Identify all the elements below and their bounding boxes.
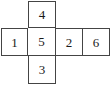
cube-net-board: 4 1 5 2 6 3 — [1, 1, 110, 84]
net-cell-top-face: 4 — [28, 1, 56, 28]
net-cell-far-right-face: 6 — [83, 28, 110, 56]
net-cell-center-face: 5 — [28, 28, 56, 56]
cube-net-diagram: 4 1 5 2 6 3 — [0, 0, 111, 85]
net-cell-right-face: 2 — [56, 28, 83, 56]
net-cell-left-face: 1 — [1, 28, 28, 56]
net-cell-bottom-face: 3 — [28, 56, 56, 84]
